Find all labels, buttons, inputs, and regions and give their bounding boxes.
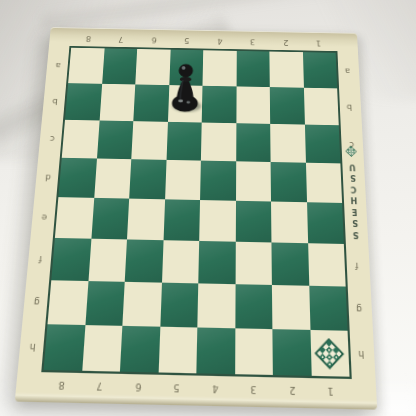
coordinate-label-4: 4	[217, 37, 222, 45]
coordinate-label-a: a	[345, 67, 351, 75]
square-h4	[196, 327, 234, 374]
square-g2	[272, 285, 310, 330]
coordinate-label-a: a	[55, 61, 61, 69]
coordinate-label-5: 5	[174, 381, 181, 392]
coordinate-label-7: 7	[97, 380, 104, 390]
square-b8	[65, 83, 102, 120]
black-pawn	[164, 54, 207, 113]
black-pawn-graphic	[164, 54, 207, 113]
square-e7	[91, 198, 129, 240]
us-chess-wordmark: SSEHCSU	[343, 146, 365, 239]
square-d3	[236, 161, 271, 201]
square-c4	[201, 123, 236, 162]
square-f2	[271, 242, 308, 285]
coordinate-label-f: f	[39, 254, 43, 263]
square-c2	[270, 124, 305, 163]
square-g6	[122, 282, 161, 327]
square-b2	[270, 87, 305, 124]
coordinate-label-1: 1	[328, 385, 335, 396]
square-h2	[272, 329, 311, 376]
square-b3	[236, 86, 270, 123]
square-g1	[309, 286, 348, 331]
square-f4	[198, 241, 235, 284]
square-b7	[99, 84, 135, 121]
square-a1	[303, 52, 338, 88]
coordinate-label-d: d	[45, 173, 51, 182]
square-b4	[202, 86, 236, 123]
coordinate-label-2: 2	[289, 384, 295, 395]
square-d5	[165, 160, 201, 200]
square-c3	[236, 123, 271, 162]
square-h1	[310, 330, 350, 377]
coordinate-label-b: b	[347, 103, 353, 111]
square-c6	[131, 121, 167, 160]
square-c8	[62, 120, 99, 159]
coordinate-label-h: h	[29, 342, 36, 352]
coordinate-label-e: e	[41, 213, 47, 222]
square-e4	[199, 200, 235, 242]
square-g4	[197, 283, 235, 328]
square-h8	[44, 324, 85, 371]
coordinate-label-g: g	[356, 304, 362, 314]
square-c7	[97, 120, 134, 159]
square-d4	[200, 161, 236, 201]
square-h7	[82, 325, 123, 372]
square-c5	[166, 122, 202, 161]
wordmark-letter: H	[350, 194, 357, 204]
coordinate-label-5: 5	[184, 36, 190, 44]
square-d6	[129, 159, 166, 199]
wordmark-letter: S	[350, 172, 356, 182]
wordmark-letter: E	[351, 205, 357, 215]
coordinate-label-7: 7	[118, 35, 124, 43]
coordinate-label-3: 3	[251, 383, 257, 394]
square-a4	[202, 50, 236, 86]
coordinate-label-f: f	[355, 261, 359, 270]
square-c1	[304, 125, 340, 164]
coordinate-label-6: 6	[135, 381, 142, 391]
square-f5	[161, 240, 199, 283]
coordinate-label-2: 2	[283, 38, 288, 46]
coordinate-label-3: 3	[250, 37, 255, 45]
wordmark-letter: S	[352, 228, 358, 239]
square-h3	[235, 328, 273, 375]
square-f3	[235, 242, 272, 285]
coordinate-label-6: 6	[151, 35, 157, 43]
us-chess-diamond-logo	[313, 336, 346, 370]
coordinate-label-b: b	[52, 97, 58, 105]
coordinate-label-1: 1	[316, 38, 322, 46]
square-b1	[303, 88, 338, 126]
square-f7	[88, 239, 127, 282]
square-g5	[160, 283, 198, 328]
square-g8	[48, 280, 88, 325]
coordinate-label-8: 8	[85, 34, 91, 42]
bottom-coordinate-labels: 87654321	[41, 372, 350, 402]
square-d8	[58, 158, 96, 198]
wordmark-letter: S	[352, 216, 358, 227]
wordmark-letter: C	[350, 183, 356, 193]
square-h5	[158, 327, 197, 374]
square-e3	[235, 201, 271, 243]
square-f8	[51, 238, 91, 281]
coordinate-label-g: g	[33, 297, 40, 307]
wordmark-letter: U	[349, 161, 356, 171]
square-a7	[102, 48, 137, 84]
vinyl-board-mat: 87654321 87654321 abcdefgh abcfgh SSEHCS…	[15, 27, 377, 410]
square-d1	[305, 163, 342, 203]
square-e1	[307, 202, 344, 244]
coordinate-label-8: 8	[58, 379, 65, 389]
square-g3	[235, 284, 273, 329]
photo-scene: 87654321 87654321 abcdefgh abcfgh SSEHCS…	[0, 0, 416, 416]
square-h6	[120, 326, 160, 373]
square-f1	[308, 243, 346, 286]
coordinate-label-h: h	[358, 349, 365, 359]
square-g7	[85, 281, 125, 326]
square-a2	[269, 52, 303, 88]
coordinate-label-c: c	[49, 134, 55, 142]
square-d2	[271, 162, 307, 202]
square-f6	[125, 239, 163, 282]
square-e6	[127, 199, 165, 241]
us-chess-diamond-logo	[345, 146, 358, 158]
square-d7	[94, 158, 132, 198]
square-e5	[163, 199, 200, 241]
square-a3	[236, 51, 270, 87]
coordinate-label-4: 4	[212, 382, 218, 393]
square-a8	[68, 48, 104, 84]
square-e2	[271, 201, 308, 243]
square-e8	[55, 197, 94, 239]
